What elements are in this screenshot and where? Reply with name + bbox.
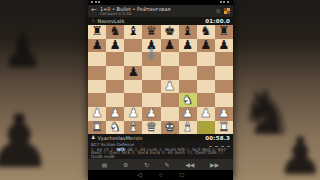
square-a4[interactable] <box>88 80 106 94</box>
white-bishop-c1[interactable]: ♝ <box>128 121 139 134</box>
square-a2[interactable]: ♟ <box>88 107 106 121</box>
android-home-button[interactable]: ○ <box>159 172 163 179</box>
bookmark-star-icon[interactable]: ☆ <box>216 7 221 14</box>
white-rook-h1[interactable]: ♜ <box>218 121 229 134</box>
black-pawn-f7[interactable]: ♟ <box>182 39 193 52</box>
white-pawn-c2[interactable]: ♟ <box>128 107 139 120</box>
black-queen-d8[interactable]: ♛ <box>146 25 157 38</box>
square-f4[interactable] <box>179 80 197 94</box>
analysis-board-icon[interactable] <box>224 8 230 14</box>
android-nav-bar: ◁ ○ □ <box>88 170 233 180</box>
square-g4[interactable] <box>197 80 215 94</box>
move-number: 11. <box>218 151 225 155</box>
square-a1[interactable]: ♜ <box>88 121 106 135</box>
square-h4[interactable] <box>215 80 233 94</box>
square-g1[interactable] <box>197 121 215 135</box>
square-a6[interactable] <box>88 52 106 66</box>
white-pawn-h2[interactable]: ♟ <box>218 107 229 120</box>
black-pawn-h7[interactable]: ♟ <box>218 39 229 52</box>
square-h3[interactable] <box>215 93 233 107</box>
back-arrow-icon[interactable]: ← <box>91 7 97 14</box>
square-a8[interactable]: ♜ <box>88 25 106 39</box>
square-c5[interactable]: ♟ <box>124 66 142 80</box>
rewind-icon[interactable]: ◀◀ <box>185 162 194 168</box>
square-b7[interactable]: ♟ <box>106 39 124 53</box>
clock-black: 01:00.0 <box>205 18 230 24</box>
move-number: 9. <box>162 151 166 155</box>
signal-icon <box>223 1 225 3</box>
square-a5[interactable] <box>88 66 106 80</box>
black-knight-g8[interactable]: ♞ <box>200 25 211 38</box>
black-king-e8[interactable]: ♚ <box>164 25 175 38</box>
square-h2[interactable]: ♟ <box>215 107 233 121</box>
move-token[interactable]: e5 <box>167 151 172 155</box>
black-piece-icon: ♟ <box>91 18 95 23</box>
app-bar: ← 1+0 • Bullet • Рейтинговая Сегодня в 3… <box>88 5 233 17</box>
square-d4[interactable] <box>142 80 160 94</box>
square-d2[interactable]: ♟ <box>142 107 160 121</box>
battery-icon <box>227 1 229 3</box>
square-d7[interactable]: ♟ <box>142 39 160 53</box>
blurred-pawn-icon: ♟ <box>277 130 320 180</box>
white-pawn-g2[interactable]: ♟ <box>200 107 211 120</box>
square-f1[interactable]: ♝ <box>179 121 197 135</box>
square-h7[interactable]: ♟ <box>215 39 233 53</box>
square-f8[interactable]: ♝ <box>179 25 197 39</box>
white-pawn-a2[interactable]: ♟ <box>91 107 102 120</box>
move-token[interactable]: Qxe5 <box>195 151 206 155</box>
white-king-e1[interactable]: ♚ <box>164 121 175 134</box>
square-d5[interactable] <box>142 66 160 80</box>
analysis-pencil-icon[interactable]: ✎ <box>165 162 170 168</box>
black-pawn-g7[interactable]: ♟ <box>200 39 211 52</box>
phone-screenshot: ← 1+0 • Bullet • Рейтинговая Сегодня в 3… <box>88 0 233 180</box>
square-e6[interactable] <box>161 52 179 66</box>
move-token[interactable]: Qd6 <box>208 151 217 155</box>
white-rook-a1[interactable]: ♜ <box>91 121 102 134</box>
square-g5[interactable] <box>197 66 215 80</box>
white-knight-f3[interactable]: ♞ <box>182 93 193 106</box>
analysis-toolbar: ▤⚙↻✎◀◀▶▶ <box>88 159 233 170</box>
square-d1[interactable]: ♛ <box>142 121 160 135</box>
square-e1[interactable]: ♚ <box>161 121 179 135</box>
move-list[interactable]: 1.e4c52.Nf3d63.d4cxd44.Nxd4Nf65.Nc3Bg46.… <box>88 147 233 159</box>
blurred-pawn-icon: ♟ <box>2 28 43 74</box>
square-b5[interactable] <box>106 66 124 80</box>
black-rook-h8[interactable]: ♜ <box>218 25 229 38</box>
square-b4[interactable] <box>106 80 124 94</box>
move-number: 8. <box>132 151 136 155</box>
square-f3[interactable]: ♞ <box>179 93 197 107</box>
square-f2[interactable]: ♟ <box>179 107 197 121</box>
backdrop-right: ♞ ♟ <box>233 0 320 180</box>
white-piece-icon: ♟ <box>91 135 95 140</box>
white-pawn-e4[interactable]: ♟ <box>164 80 175 93</box>
square-b2[interactable]: ♟ <box>106 107 124 121</box>
move-number: 10. <box>186 151 193 155</box>
white-bishop-f1[interactable]: ♝ <box>182 121 193 134</box>
white-queen-d1[interactable]: ♛ <box>146 121 157 134</box>
video-frame: ♟ ♟ ♞ ♟ ← 1+0 • Bullet • Рейтинговая Сег… <box>0 0 320 180</box>
opening-name: B27 Sicilian Defense <box>91 142 206 147</box>
black-pawn-c5[interactable]: ♟ <box>128 66 139 79</box>
square-c4[interactable] <box>124 80 142 94</box>
black-bishop-f8[interactable]: ♝ <box>182 25 193 38</box>
black-knight-b8[interactable]: ♞ <box>110 25 121 38</box>
blurred-pawn-icon: ♟ <box>0 104 52 178</box>
android-back-button[interactable]: ◁ <box>137 172 142 179</box>
black-pawn-e7[interactable]: ♟ <box>164 39 175 52</box>
move-token[interactable]: exd6 <box>104 155 115 159</box>
square-b3[interactable] <box>106 93 124 107</box>
square-g8[interactable]: ♞ <box>197 25 215 39</box>
square-h1[interactable]: ♜ <box>215 121 233 135</box>
square-e4[interactable]: ♟ <box>161 80 179 94</box>
square-e2[interactable] <box>161 107 179 121</box>
game-date: Сегодня в 3:44 <box>100 12 216 16</box>
square-d6[interactable] <box>142 52 160 66</box>
white-pawn-d2[interactable]: ♟ <box>146 107 157 120</box>
square-c8[interactable]: ♝ <box>124 25 142 39</box>
settings-icon[interactable]: ⚙ <box>123 162 128 168</box>
square-g7[interactable]: ♟ <box>197 39 215 53</box>
square-b6[interactable] <box>106 52 124 66</box>
forward-icon[interactable]: ▶▶ <box>210 162 219 168</box>
player-row-top: ♟ NwsevLatk 01:00.0 <box>88 17 233 25</box>
move-token[interactable]: Nc6 <box>122 151 130 155</box>
white-pawn-f2[interactable]: ♟ <box>182 107 193 120</box>
square-a7[interactable]: ♟ <box>88 39 106 53</box>
square-d8[interactable]: ♛ <box>142 25 160 39</box>
square-g2[interactable]: ♟ <box>197 107 215 121</box>
square-f5[interactable] <box>179 66 197 80</box>
square-c1[interactable]: ♝ <box>124 121 142 135</box>
square-b1[interactable]: ♞ <box>106 121 124 135</box>
black-pawn-a7[interactable]: ♟ <box>91 39 102 52</box>
square-c6[interactable] <box>124 52 142 66</box>
square-f6[interactable] <box>179 52 197 66</box>
square-e3[interactable] <box>161 93 179 107</box>
android-recents-button[interactable]: □ <box>180 172 184 179</box>
black-pawn-b7[interactable]: ♟ <box>110 39 121 52</box>
player-name-black[interactable]: NwsevLatk <box>97 18 205 24</box>
square-f7[interactable]: ♟ <box>179 39 197 53</box>
chess-board[interactable]: ♜♞♝♛♚♝♞♜♟♟♟♟♟♟♟♟♟♞♟♟♟♟♟♟♟♜♞♝♛♚♝♜ <box>88 25 233 134</box>
square-h6[interactable] <box>215 52 233 66</box>
square-a3[interactable] <box>88 93 106 107</box>
square-h8[interactable]: ♜ <box>215 25 233 39</box>
wifi-icon <box>220 1 222 3</box>
status-icons <box>220 1 231 3</box>
square-g6[interactable] <box>197 52 215 66</box>
move-token[interactable]: Qxd6 <box>91 155 102 159</box>
move-token[interactable]: bxc6 <box>150 151 160 155</box>
backdrop-left: ♟ ♟ <box>0 0 88 180</box>
white-pawn-b2[interactable]: ♟ <box>110 107 121 120</box>
notification-icons <box>91 1 102 3</box>
black-bishop-c8[interactable]: ♝ <box>128 25 139 38</box>
player-name-white[interactable]: VyacheslavMersin <box>97 135 205 141</box>
black-rook-a8[interactable]: ♜ <box>91 25 102 38</box>
square-c7[interactable] <box>124 39 142 53</box>
square-b8[interactable]: ♞ <box>106 25 124 39</box>
square-d3[interactable] <box>142 93 160 107</box>
square-e8[interactable]: ♚ <box>161 25 179 39</box>
move-token[interactable]: Nxc6 <box>137 151 148 155</box>
move-token[interactable]: dxe5 <box>174 151 185 155</box>
white-knight-b1[interactable]: ♞ <box>110 121 121 134</box>
square-c3[interactable] <box>124 93 142 107</box>
square-g3[interactable] <box>197 93 215 107</box>
square-e5[interactable] <box>161 66 179 80</box>
square-c2[interactable]: ♟ <box>124 107 142 121</box>
square-h5[interactable] <box>215 66 233 80</box>
black-pawn-d7[interactable]: ♟ <box>146 39 157 52</box>
menu-icon[interactable]: ▤ <box>102 162 108 168</box>
flip-board-icon[interactable]: ↻ <box>144 162 149 168</box>
square-e7[interactable]: ♟ <box>161 39 179 53</box>
